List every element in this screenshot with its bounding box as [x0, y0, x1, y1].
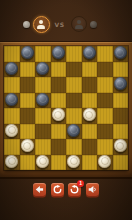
square-r4c3[interactable]: [35, 93, 51, 109]
square-r8c1[interactable]: [4, 155, 20, 171]
checker-piece-white[interactable]: [5, 124, 18, 137]
square-r3c7: [97, 77, 113, 93]
white-player-avatar: [33, 16, 50, 33]
back-button[interactable]: [33, 183, 46, 196]
dark-checker-disc-icon: [90, 21, 97, 28]
square-r8c2: [20, 155, 36, 171]
dark-player-avatar: [71, 16, 87, 32]
restart-icon: [53, 185, 62, 194]
undo-count-badge: 1: [77, 180, 84, 187]
square-r1c2[interactable]: [20, 46, 36, 62]
checker-piece-dark[interactable]: [52, 46, 65, 59]
square-r2c8: [113, 62, 129, 78]
square-r7c1: [4, 139, 20, 155]
checker-piece-dark[interactable]: [5, 93, 18, 106]
square-r5c1: [4, 108, 20, 124]
square-r1c8[interactable]: [113, 46, 129, 62]
checker-piece-white[interactable]: [5, 155, 18, 168]
square-r6c2: [20, 124, 36, 140]
square-r1c6[interactable]: [82, 46, 98, 62]
match-header: VS: [0, 13, 126, 35]
square-r6c4: [51, 124, 67, 140]
square-r3c4[interactable]: [51, 77, 67, 93]
vs-label: VS: [55, 21, 65, 28]
square-r3c8[interactable]: [113, 77, 129, 93]
square-r2c6: [82, 62, 98, 78]
square-r5c2[interactable]: [20, 108, 36, 124]
checkers-board[interactable]: [4, 46, 128, 170]
square-r4c8: [113, 93, 129, 109]
square-r2c4: [51, 62, 67, 78]
square-r8c7[interactable]: [97, 155, 113, 171]
square-r1c5: [66, 46, 82, 62]
checker-piece-white[interactable]: [98, 155, 111, 168]
square-r5c4[interactable]: [51, 108, 67, 124]
square-r2c2: [20, 62, 36, 78]
square-r1c7: [97, 46, 113, 62]
square-r4c2: [20, 93, 36, 109]
square-r7c5: [66, 139, 82, 155]
board-frame: [0, 41, 132, 179]
checker-piece-dark[interactable]: [114, 77, 127, 90]
person-icon: [37, 20, 46, 29]
square-r3c6[interactable]: [82, 77, 98, 93]
restart-button[interactable]: [51, 183, 64, 196]
square-r6c7[interactable]: [97, 124, 113, 140]
square-r5c8[interactable]: [113, 108, 129, 124]
arrow-left-icon: [35, 185, 44, 194]
checker-piece-white[interactable]: [67, 155, 80, 168]
square-r2c1[interactable]: [4, 62, 20, 78]
sound-button[interactable]: [86, 183, 99, 196]
square-r7c4[interactable]: [51, 139, 67, 155]
checker-piece-dark[interactable]: [21, 46, 34, 59]
square-r5c6[interactable]: [82, 108, 98, 124]
square-r3c1: [4, 77, 20, 93]
speaker-icon: [88, 185, 97, 194]
square-r4c5[interactable]: [66, 93, 82, 109]
person-icon: [75, 20, 84, 29]
checker-piece-white[interactable]: [83, 108, 96, 121]
square-r8c6: [82, 155, 98, 171]
white-checker-disc-icon: [23, 21, 30, 28]
checker-piece-dark[interactable]: [36, 62, 49, 75]
square-r6c3[interactable]: [35, 124, 51, 140]
square-r7c2[interactable]: [20, 139, 36, 155]
square-r8c4: [51, 155, 67, 171]
square-r8c3[interactable]: [35, 155, 51, 171]
square-r3c2[interactable]: [20, 77, 36, 93]
square-r6c1[interactable]: [4, 124, 20, 140]
square-r6c8: [113, 124, 129, 140]
checker-piece-dark[interactable]: [114, 46, 127, 59]
checker-piece-white[interactable]: [21, 139, 34, 152]
checkers-app: VS 1: [0, 0, 132, 220]
square-r5c3: [35, 108, 51, 124]
square-r4c7[interactable]: [97, 93, 113, 109]
square-r4c1[interactable]: [4, 93, 20, 109]
square-r1c1: [4, 46, 20, 62]
square-r3c5: [66, 77, 82, 93]
checker-piece-dark[interactable]: [67, 124, 80, 137]
checker-piece-dark[interactable]: [83, 46, 96, 59]
square-r7c6[interactable]: [82, 139, 98, 155]
checker-piece-dark[interactable]: [5, 62, 18, 75]
checker-piece-white[interactable]: [36, 155, 49, 168]
square-r2c3[interactable]: [35, 62, 51, 78]
square-r7c3: [35, 139, 51, 155]
square-r1c3: [35, 46, 51, 62]
square-r4c4: [51, 93, 67, 109]
checker-piece-white[interactable]: [114, 139, 127, 152]
square-r2c5[interactable]: [66, 62, 82, 78]
square-r6c5[interactable]: [66, 124, 82, 140]
square-r8c8: [113, 155, 129, 171]
checker-piece-white[interactable]: [52, 108, 65, 121]
square-r6c6: [82, 124, 98, 140]
undo-button[interactable]: 1: [68, 183, 81, 196]
square-r4c6: [82, 93, 98, 109]
checker-piece-dark[interactable]: [36, 93, 49, 106]
square-r7c7: [97, 139, 113, 155]
control-bar: 1: [0, 183, 132, 196]
square-r5c5: [66, 108, 82, 124]
square-r5c7: [97, 108, 113, 124]
square-r8c5[interactable]: [66, 155, 82, 171]
square-r3c3: [35, 77, 51, 93]
square-r1c4[interactable]: [51, 46, 67, 62]
square-r2c7[interactable]: [97, 62, 113, 78]
square-r7c8[interactable]: [113, 139, 129, 155]
